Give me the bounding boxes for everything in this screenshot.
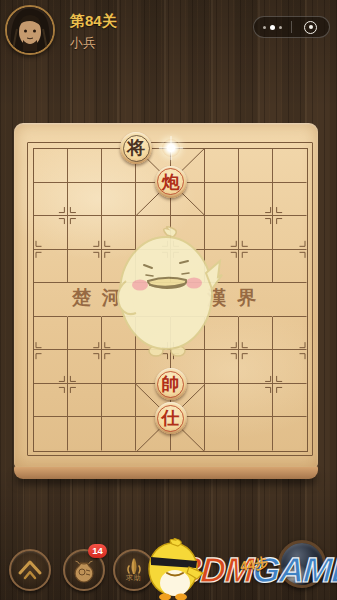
board-cell[interactable] [273, 350, 307, 384]
board-cell[interactable] [34, 283, 68, 317]
board-cell[interactable] [102, 417, 136, 451]
piece-black-将[interactable]: 将 [120, 132, 152, 164]
board-cell[interactable] [273, 183, 307, 217]
board-cell[interactable] [68, 384, 102, 418]
board-cell[interactable] [273, 417, 307, 451]
board-cell[interactable] [34, 216, 68, 250]
board-cell[interactable] [205, 384, 239, 418]
board-cell[interactable] [239, 417, 273, 451]
board-cell[interactable] [205, 149, 239, 183]
board-cell[interactable] [34, 417, 68, 451]
board-cell[interactable] [273, 283, 307, 317]
chick-mascot [110, 225, 224, 357]
watermark-chick-mascot [145, 537, 205, 600]
board-cell[interactable] [273, 317, 307, 351]
board-cell[interactable] [34, 317, 68, 351]
app-screen: 第84关 小兵 楚河 漢界 [0, 0, 337, 600]
player-avatar[interactable] [5, 5, 55, 55]
board-cell[interactable] [239, 350, 273, 384]
miniprogram-capsule [253, 16, 330, 38]
money-bag-icon [71, 557, 97, 583]
board-cell[interactable] [34, 384, 68, 418]
board-cell[interactable] [68, 216, 102, 250]
board-cell[interactable] [68, 417, 102, 451]
board-cell[interactable] [205, 183, 239, 217]
board-cell[interactable] [68, 183, 102, 217]
more-dots-icon [279, 26, 282, 29]
board-cell[interactable] [239, 183, 273, 217]
board-cell[interactable] [102, 384, 136, 418]
close-home-button[interactable] [292, 17, 329, 37]
more-dots-icon [263, 26, 266, 29]
board-cell[interactable] [273, 149, 307, 183]
board-cell[interactable] [273, 250, 307, 284]
target-circle-icon [304, 21, 317, 34]
move-highlight-dot[interactable] [162, 139, 180, 157]
board-cell[interactable] [239, 250, 273, 284]
board-edge-bevel [14, 466, 318, 479]
piece-red-帥[interactable]: 帥 [155, 368, 187, 400]
board-cell[interactable] [68, 350, 102, 384]
avatar-portrait-image [7, 7, 53, 53]
board-cell[interactable] [239, 149, 273, 183]
board-cell[interactable] [68, 149, 102, 183]
board-cell[interactable] [34, 149, 68, 183]
piece-red-仕[interactable]: 仕 [155, 402, 187, 434]
board-cell[interactable] [68, 317, 102, 351]
board-cell[interactable] [273, 384, 307, 418]
expand-menu-button[interactable] [9, 549, 51, 591]
board-cell[interactable] [273, 216, 307, 250]
double-chevron-up-icon [17, 559, 43, 581]
help-label: 求助 [126, 573, 142, 583]
level-subtitle: 小兵 [70, 34, 96, 52]
board-cell[interactable] [102, 183, 136, 217]
level-title: 第84关 [70, 12, 117, 31]
more-dots-icon [270, 25, 275, 30]
xiangqi-board[interactable]: 楚河 漢界 将炮帥仕 [14, 123, 318, 467]
board-cell[interactable] [34, 183, 68, 217]
board-cell[interactable] [68, 250, 102, 284]
board-cell[interactable] [239, 216, 273, 250]
coins-badge: 14 [88, 544, 107, 558]
board-cell[interactable] [34, 250, 68, 284]
piece-red-炮[interactable]: 炮 [155, 166, 187, 198]
board-cell[interactable] [239, 384, 273, 418]
board-cell[interactable] [205, 417, 239, 451]
board-cell[interactable] [34, 350, 68, 384]
board-cell[interactable] [239, 317, 273, 351]
more-menu-button[interactable] [254, 17, 291, 37]
